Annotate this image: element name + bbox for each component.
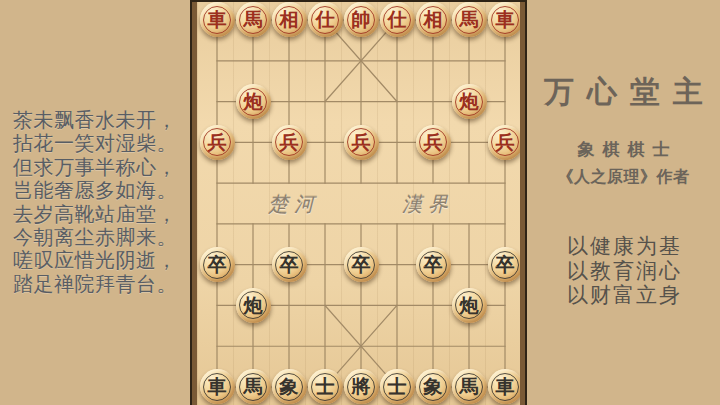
piece-character: 炮 (244, 295, 263, 314)
board-point: 卒 (271, 244, 307, 285)
right-info-panel: 万心堂主 象棋棋士 《人之原理》作者 以健康为基 以教育润心 以财富立身 (527, 0, 720, 405)
piece-character: 馬 (244, 10, 263, 29)
piece-character: 馬 (460, 10, 479, 29)
piece-red-elephant[interactable]: 相 (272, 2, 307, 37)
board-point: 兵 (199, 122, 235, 163)
board-point: 炮 (451, 81, 487, 122)
poem-line: 但求万事半称心， (13, 156, 177, 179)
board-point: 車 (487, 367, 520, 405)
piece-black-chariot[interactable]: 車 (488, 369, 521, 404)
piece-black-cannon[interactable]: 炮 (452, 288, 487, 323)
piece-character: 炮 (244, 92, 263, 111)
piece-character: 相 (280, 10, 299, 29)
piece-red-advisor[interactable]: 仕 (380, 2, 415, 37)
board-point: 馬 (451, 2, 487, 40)
piece-character: 仕 (388, 10, 407, 29)
piece-character: 帥 (352, 10, 371, 29)
piece-red-cannon[interactable]: 炮 (236, 84, 271, 119)
piece-red-soldier[interactable]: 兵 (488, 125, 521, 160)
board-frame: 楚河 漢界 車馬相仕帥仕相馬車炮炮兵兵兵兵兵卒卒卒卒卒炮炮車馬象士將士象馬車 (190, 0, 527, 405)
poem-line: 嗟叹应惜光阴逝， (13, 249, 177, 272)
piece-character: 兵 (424, 132, 443, 151)
piece-black-advisor[interactable]: 士 (308, 369, 343, 404)
piece-character: 炮 (460, 92, 479, 111)
board-point: 仕 (307, 2, 343, 40)
piece-character: 士 (316, 377, 335, 396)
piece-red-horse[interactable]: 馬 (452, 2, 487, 37)
motto-line: 以健康为基 (527, 234, 720, 259)
motto: 以健康为基 以教育润心 以财富立身 (527, 234, 720, 308)
board-point: 仕 (379, 2, 415, 40)
piece-red-soldier[interactable]: 兵 (200, 125, 235, 160)
studio-title: 万心堂主 (527, 72, 720, 113)
board-point: 卒 (199, 244, 235, 285)
board-point: 馬 (235, 2, 271, 40)
piece-red-soldier[interactable]: 兵 (272, 125, 307, 160)
poem-line: 去岁高靴站庙堂， (13, 203, 177, 226)
piece-black-general[interactable]: 將 (344, 369, 379, 404)
poem-line: 今朝离尘赤脚来。 (13, 226, 177, 249)
board-point: 士 (379, 367, 415, 405)
piece-character: 馬 (460, 377, 479, 396)
board-point: 象 (271, 367, 307, 405)
piece-layer: 車馬相仕帥仕相馬車炮炮兵兵兵兵兵卒卒卒卒卒炮炮車馬象士將士象馬車 (199, 2, 520, 405)
piece-character: 兵 (352, 132, 371, 151)
piece-character: 象 (424, 377, 443, 396)
piece-red-soldier[interactable]: 兵 (344, 125, 379, 160)
subtitle-chess-master: 象棋棋士 (527, 138, 720, 161)
piece-character: 卒 (208, 255, 227, 274)
board-point: 馬 (235, 367, 271, 405)
subtitle-author: 《人之原理》作者 (527, 167, 720, 188)
piece-red-elephant[interactable]: 相 (416, 2, 451, 37)
board-point: 象 (415, 367, 451, 405)
piece-character: 卒 (496, 255, 515, 274)
piece-black-horse[interactable]: 馬 (452, 369, 487, 404)
piece-character: 將 (352, 377, 371, 396)
piece-red-general[interactable]: 帥 (344, 2, 379, 37)
piece-character: 相 (424, 10, 443, 29)
board-point: 兵 (415, 122, 451, 163)
piece-character: 車 (208, 377, 227, 396)
piece-black-chariot[interactable]: 車 (200, 369, 235, 404)
piece-black-soldier[interactable]: 卒 (272, 247, 307, 282)
board-point: 車 (199, 367, 235, 405)
board-point: 將 (343, 367, 379, 405)
piece-character: 車 (208, 10, 227, 29)
piece-character: 兵 (496, 132, 515, 151)
piece-black-soldier[interactable]: 卒 (416, 247, 451, 282)
piece-character: 卒 (424, 255, 443, 274)
board-point: 炮 (451, 285, 487, 326)
poem-line: 岂能奢愿多如海。 (13, 179, 177, 202)
board-point: 士 (307, 367, 343, 405)
piece-black-advisor[interactable]: 士 (380, 369, 415, 404)
page: 茶未飘香水未开， 拈花一笑对湿柴。 但求万事半称心， 岂能奢愿多如海。 去岁高靴… (0, 0, 720, 405)
board-point: 兵 (343, 122, 379, 163)
motto-line: 以财富立身 (527, 283, 720, 308)
piece-character: 車 (496, 10, 515, 29)
xiangqi-board[interactable]: 楚河 漢界 車馬相仕帥仕相馬車炮炮兵兵兵兵兵卒卒卒卒卒炮炮車馬象士將士象馬車 (197, 2, 520, 405)
board-point: 炮 (235, 81, 271, 122)
piece-character: 兵 (280, 132, 299, 151)
piece-red-soldier[interactable]: 兵 (416, 125, 451, 160)
board-point: 相 (415, 2, 451, 40)
poem-line: 茶未飘香水未开， (13, 109, 177, 132)
piece-red-horse[interactable]: 馬 (236, 2, 271, 37)
piece-character: 士 (388, 377, 407, 396)
board-point: 兵 (487, 122, 520, 163)
piece-character: 炮 (460, 295, 479, 314)
piece-red-advisor[interactable]: 仕 (308, 2, 343, 37)
piece-character: 仕 (316, 10, 335, 29)
board-point: 帥 (343, 2, 379, 40)
piece-character: 卒 (352, 255, 371, 274)
piece-red-chariot[interactable]: 車 (488, 2, 521, 37)
board-point: 卒 (343, 244, 379, 285)
piece-red-cannon[interactable]: 炮 (452, 84, 487, 119)
poem-line: 踏足禅院拜青台。 (13, 273, 177, 296)
motto-line: 以教育润心 (527, 259, 720, 284)
board-point: 車 (487, 2, 520, 40)
left-poem-panel: 茶未飘香水未开， 拈花一笑对湿柴。 但求万事半称心， 岂能奢愿多如海。 去岁高靴… (0, 0, 190, 405)
piece-character: 兵 (208, 132, 227, 151)
piece-character: 卒 (280, 255, 299, 274)
piece-black-elephant[interactable]: 象 (272, 369, 307, 404)
board-point: 馬 (451, 367, 487, 405)
piece-character: 象 (280, 377, 299, 396)
piece-black-soldier[interactable]: 卒 (488, 247, 521, 282)
board-point: 炮 (235, 285, 271, 326)
board-point: 卒 (487, 244, 520, 285)
piece-black-cannon[interactable]: 炮 (236, 288, 271, 323)
piece-character: 車 (496, 377, 515, 396)
piece-character: 馬 (244, 377, 263, 396)
piece-red-chariot[interactable]: 車 (200, 2, 235, 37)
board-point: 車 (199, 2, 235, 40)
board-point: 卒 (415, 244, 451, 285)
poem-line: 拈花一笑对湿柴。 (13, 132, 177, 155)
piece-black-elephant[interactable]: 象 (416, 369, 451, 404)
poem: 茶未飘香水未开， 拈花一笑对湿柴。 但求万事半称心， 岂能奢愿多如海。 去岁高靴… (13, 109, 177, 296)
board-point: 兵 (271, 122, 307, 163)
piece-black-soldier[interactable]: 卒 (200, 247, 235, 282)
piece-black-horse[interactable]: 馬 (236, 369, 271, 404)
board-point: 相 (271, 2, 307, 40)
piece-black-soldier[interactable]: 卒 (344, 247, 379, 282)
